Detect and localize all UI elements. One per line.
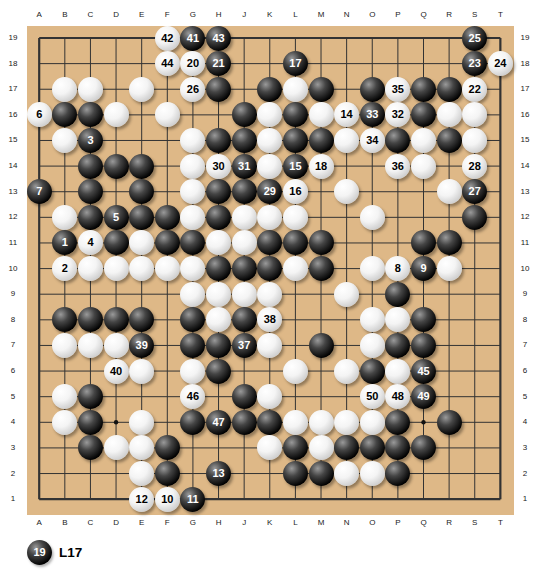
stone-C17	[78, 77, 103, 102]
stone-N2	[334, 461, 359, 486]
row-label-left: 1	[11, 495, 15, 503]
stone-L12	[283, 205, 308, 230]
stone-R15	[437, 128, 462, 153]
stone-Q15	[411, 128, 436, 153]
col-label-top: C	[88, 11, 94, 19]
move-number: 39	[136, 340, 148, 351]
move-number: 27	[469, 186, 481, 197]
stone-J9	[232, 282, 257, 307]
stone-T18: 24	[488, 51, 513, 76]
move-number: 3	[87, 135, 93, 146]
stone-K14	[257, 154, 282, 179]
move-number: 45	[417, 366, 429, 377]
stone-J8	[232, 307, 257, 332]
stone-Q6: 45	[411, 359, 436, 384]
row-label-right: 6	[523, 367, 527, 375]
col-label-bottom: L	[293, 519, 297, 527]
move-number: 31	[238, 161, 250, 172]
move-number: 32	[392, 109, 404, 120]
stone-O6	[360, 359, 385, 384]
move-number: 10	[161, 494, 173, 505]
move-number: 16	[289, 186, 301, 197]
stone-C5	[78, 384, 103, 409]
stone-O4	[360, 410, 385, 435]
move-number: 12	[136, 494, 148, 505]
row-label-right: 16	[521, 111, 530, 119]
col-label-bottom: B	[62, 519, 67, 527]
stone-Q14	[411, 154, 436, 179]
col-label-bottom: K	[267, 519, 272, 527]
stone-L2	[283, 461, 308, 486]
move-number: 40	[110, 366, 122, 377]
col-label-bottom: D	[113, 519, 119, 527]
stone-E6	[129, 359, 154, 384]
move-number: 36	[392, 161, 404, 172]
move-number: 38	[264, 314, 276, 325]
stone-L10	[283, 256, 308, 281]
row-label-left: 9	[11, 290, 15, 298]
star-point	[114, 420, 118, 424]
col-label-top: L	[293, 11, 297, 19]
row-label-left: 6	[11, 367, 15, 375]
col-label-bottom: N	[344, 519, 350, 527]
stone-M10	[309, 256, 334, 281]
row-label-right: 7	[523, 341, 527, 349]
move-number: 18	[315, 161, 327, 172]
stone-L18: 17	[283, 51, 308, 76]
stone-M16	[309, 102, 334, 127]
move-number: 44	[161, 58, 173, 69]
row-label-left: 13	[9, 188, 18, 196]
row-label-right: 17	[521, 85, 530, 93]
stone-J15	[232, 128, 257, 153]
stone-C14	[78, 154, 103, 179]
stone-Q17	[411, 77, 436, 102]
stone-R10	[437, 256, 462, 281]
col-label-bottom: R	[446, 519, 452, 527]
move-number: 11	[187, 494, 199, 505]
col-label-top: T	[498, 11, 503, 19]
stone-O17	[360, 77, 385, 102]
row-label-left: 17	[9, 85, 18, 93]
stone-M15	[309, 128, 334, 153]
col-label-top: E	[139, 11, 144, 19]
stone-C7	[78, 333, 103, 358]
col-label-top: G	[190, 11, 196, 19]
stone-C15: 3	[78, 128, 103, 153]
row-label-right: 2	[523, 470, 527, 478]
move-number: 30	[212, 161, 224, 172]
col-label-bottom: H	[216, 519, 222, 527]
stone-D12: 5	[104, 205, 129, 230]
col-label-bottom: J	[242, 519, 246, 527]
stone-A13: 7	[27, 179, 52, 204]
stone-L14: 15	[283, 154, 308, 179]
stone-E4	[129, 410, 154, 435]
stone-L4	[283, 410, 308, 435]
stone-Q10: 9	[411, 256, 436, 281]
stone-N9	[334, 282, 359, 307]
row-label-right: 19	[521, 34, 530, 42]
stone-F12	[155, 205, 180, 230]
stone-H10	[206, 256, 231, 281]
col-label-top: P	[395, 11, 400, 19]
stone-J16	[232, 102, 257, 127]
move-number: 1	[62, 237, 68, 248]
move-number: 20	[187, 58, 199, 69]
move-number: 2	[62, 263, 68, 274]
row-label-right: 13	[521, 188, 530, 196]
stone-G6	[180, 359, 205, 384]
stone-O3	[360, 435, 385, 460]
stone-K12	[257, 205, 282, 230]
row-label-right: 12	[521, 213, 530, 221]
col-label-top: S	[472, 11, 477, 19]
caption-stone: 19	[27, 540, 52, 565]
stone-O15: 34	[360, 128, 385, 153]
move-number: 22	[469, 84, 481, 95]
move-number: 48	[392, 391, 404, 402]
stone-H12	[206, 205, 231, 230]
stone-L15	[283, 128, 308, 153]
move-number: 8	[395, 263, 401, 274]
move-number: 24	[494, 58, 506, 69]
row-label-left: 10	[9, 265, 18, 273]
stone-J13	[232, 179, 257, 204]
stone-O10	[360, 256, 385, 281]
stone-B12	[52, 205, 77, 230]
stone-G9	[180, 282, 205, 307]
stone-M3	[309, 435, 334, 460]
row-label-left: 5	[11, 393, 15, 401]
stone-H4: 47	[206, 410, 231, 435]
row-label-left: 15	[9, 136, 18, 144]
move-number: 41	[187, 33, 199, 44]
row-label-left: 2	[11, 470, 15, 478]
row-label-right: 15	[521, 136, 530, 144]
stone-D7	[104, 333, 129, 358]
col-label-bottom: C	[88, 519, 94, 527]
stone-H6	[206, 359, 231, 384]
row-label-right: 4	[523, 418, 527, 426]
stone-L17	[283, 77, 308, 102]
stone-P9	[385, 282, 410, 307]
move-number: 6	[36, 109, 42, 120]
stone-M17	[309, 77, 334, 102]
stone-M11	[309, 230, 334, 255]
stone-E17	[129, 77, 154, 102]
col-label-top: B	[62, 11, 67, 19]
stone-B4	[52, 410, 77, 435]
stone-M14: 18	[309, 154, 334, 179]
stone-P14: 36	[385, 154, 410, 179]
move-caption: 19 L17	[27, 539, 82, 565]
row-label-right: 11	[521, 239, 529, 247]
stone-C10	[78, 256, 103, 281]
col-label-bottom: A	[37, 519, 42, 527]
move-number: 34	[366, 135, 378, 146]
stone-P17: 35	[385, 77, 410, 102]
stone-H19: 43	[206, 26, 231, 51]
stone-C12	[78, 205, 103, 230]
col-label-bottom: O	[369, 519, 375, 527]
move-number: 28	[469, 161, 481, 172]
row-label-left: 4	[11, 418, 15, 426]
move-number: 29	[264, 186, 276, 197]
move-number: 7	[36, 186, 42, 197]
col-label-top: F	[165, 11, 170, 19]
star-point	[421, 420, 425, 424]
col-label-bottom: M	[318, 519, 325, 527]
stone-J5	[232, 384, 257, 409]
col-label-top: N	[344, 11, 350, 19]
row-label-left: 12	[9, 213, 18, 221]
stone-D14	[104, 154, 129, 179]
stone-H15	[206, 128, 231, 153]
col-label-bottom: T	[498, 519, 503, 527]
col-label-top: K	[267, 11, 272, 19]
move-number: 5	[113, 212, 119, 223]
col-label-top: A	[37, 11, 42, 19]
stone-O8	[360, 307, 385, 332]
stone-J12	[232, 205, 257, 230]
col-label-top: D	[113, 11, 119, 19]
stone-H9	[206, 282, 231, 307]
stone-R13	[437, 179, 462, 204]
stone-O5: 50	[360, 384, 385, 409]
move-number: 33	[366, 109, 378, 120]
move-number: 50	[366, 391, 378, 402]
stone-R16	[437, 102, 462, 127]
stone-D6: 40	[104, 359, 129, 384]
stone-J7: 37	[232, 333, 257, 358]
col-label-top: H	[216, 11, 222, 19]
move-number: 23	[469, 58, 481, 69]
stone-P6	[385, 359, 410, 384]
move-number: 17	[289, 58, 301, 69]
stone-E12	[129, 205, 154, 230]
stone-H7	[206, 333, 231, 358]
stone-G19: 41	[180, 26, 205, 51]
stone-H14: 30	[206, 154, 231, 179]
stone-H2: 13	[206, 461, 231, 486]
caption-move-number: 19	[33, 547, 45, 558]
move-number: 9	[420, 263, 426, 274]
stone-G17: 26	[180, 77, 205, 102]
stone-S12	[462, 205, 487, 230]
row-label-left: 14	[9, 162, 18, 170]
move-number: 35	[392, 84, 404, 95]
move-number: 4	[87, 237, 93, 248]
stone-L13: 16	[283, 179, 308, 204]
col-label-bottom: G	[190, 519, 196, 527]
row-label-left: 8	[11, 316, 15, 324]
row-label-left: 16	[9, 111, 18, 119]
col-label-bottom: Q	[420, 519, 426, 527]
move-number: 47	[212, 417, 224, 428]
stone-G14	[180, 154, 205, 179]
row-label-right: 1	[523, 495, 527, 503]
stone-R11	[437, 230, 462, 255]
stone-A16: 6	[27, 102, 52, 127]
stone-J10	[232, 256, 257, 281]
stone-F1: 10	[155, 487, 180, 512]
move-number: 26	[187, 84, 199, 95]
col-label-top: M	[318, 11, 325, 19]
stone-S19: 25	[462, 26, 487, 51]
col-label-bottom: E	[139, 519, 144, 527]
stone-H18: 21	[206, 51, 231, 76]
col-label-top: J	[242, 11, 246, 19]
move-number: 37	[238, 340, 250, 351]
stone-F10	[155, 256, 180, 281]
move-number: 43	[212, 33, 224, 44]
stone-C13	[78, 179, 103, 204]
stone-D16	[104, 102, 129, 127]
stone-G1: 11	[180, 487, 205, 512]
move-number: 21	[212, 58, 224, 69]
stone-L6	[283, 359, 308, 384]
row-label-left: 3	[11, 444, 15, 452]
stone-K4	[257, 410, 282, 435]
col-label-top: O	[369, 11, 375, 19]
row-label-left: 19	[9, 34, 18, 42]
col-label-bottom: F	[165, 519, 170, 527]
stone-H17	[206, 77, 231, 102]
row-label-right: 8	[523, 316, 527, 324]
row-label-right: 14	[521, 162, 530, 170]
stone-B17	[52, 77, 77, 102]
row-label-right: 9	[523, 290, 527, 298]
stone-F18: 44	[155, 51, 180, 76]
stone-E1: 12	[129, 487, 154, 512]
col-label-top: Q	[420, 11, 426, 19]
stone-E14	[129, 154, 154, 179]
stone-F2	[155, 461, 180, 486]
stone-N15	[334, 128, 359, 153]
row-label-right: 18	[521, 60, 530, 68]
stone-O2	[360, 461, 385, 486]
stone-S14: 28	[462, 154, 487, 179]
caption-point-label: L17	[59, 545, 82, 560]
stone-Q7	[411, 333, 436, 358]
stone-Q5: 49	[411, 384, 436, 409]
move-number: 13	[212, 468, 224, 479]
stone-J14: 31	[232, 154, 257, 179]
stone-D8	[104, 307, 129, 332]
col-label-bottom: S	[472, 519, 477, 527]
stone-O7	[360, 333, 385, 358]
row-label-left: 7	[11, 341, 15, 349]
col-label-bottom: P	[395, 519, 400, 527]
row-label-left: 11	[9, 239, 17, 247]
move-number: 42	[161, 33, 173, 44]
stone-D11	[104, 230, 129, 255]
move-number: 25	[469, 33, 481, 44]
stone-J11	[232, 230, 257, 255]
stone-N4	[334, 410, 359, 435]
row-label-right: 5	[523, 393, 527, 401]
stone-F19: 42	[155, 26, 180, 51]
stone-J4	[232, 410, 257, 435]
stone-D10	[104, 256, 129, 281]
stone-K9	[257, 282, 282, 307]
stone-F16	[155, 102, 180, 127]
stone-N6	[334, 359, 359, 384]
move-number: 15	[289, 161, 301, 172]
stone-K17	[257, 77, 282, 102]
move-number: 46	[187, 391, 199, 402]
stone-M4	[309, 410, 334, 435]
stone-O16: 33	[360, 102, 385, 127]
stone-R4	[437, 410, 462, 435]
stone-S17: 22	[462, 77, 487, 102]
stone-D3	[104, 435, 129, 460]
stone-M2	[309, 461, 334, 486]
row-label-right: 3	[523, 444, 527, 452]
stone-E7: 39	[129, 333, 154, 358]
row-label-left: 18	[9, 60, 18, 68]
stone-R17	[437, 77, 462, 102]
stone-M7	[309, 333, 334, 358]
row-label-right: 10	[521, 265, 530, 273]
move-number: 14	[341, 109, 353, 120]
col-label-top: R	[446, 11, 452, 19]
stone-C4	[78, 410, 103, 435]
stone-O12	[360, 205, 385, 230]
move-number: 49	[417, 391, 429, 402]
